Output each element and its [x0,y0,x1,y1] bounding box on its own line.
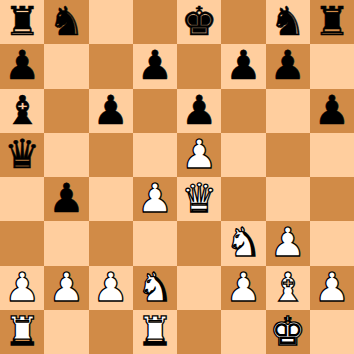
square-e1[interactable] [177,310,221,354]
square-e3[interactable] [177,221,221,265]
square-f4[interactable] [221,177,265,221]
square-d1[interactable]: ♜ [133,310,177,354]
black-king[interactable]: ♚ [181,1,217,41]
square-e7[interactable] [177,44,221,88]
white-pawn[interactable]: ♟ [225,267,261,307]
square-h1[interactable] [310,310,354,354]
square-h5[interactable] [310,133,354,177]
white-knight[interactable]: ♞ [137,267,173,307]
square-b1[interactable] [44,310,88,354]
black-pawn[interactable]: ♟ [93,90,129,130]
square-h3[interactable] [310,221,354,265]
square-e8[interactable]: ♚ [177,0,221,44]
square-d6[interactable] [133,89,177,133]
square-d5[interactable] [133,133,177,177]
white-knight[interactable]: ♞ [225,222,261,262]
white-rook[interactable]: ♜ [4,311,40,351]
black-pawn[interactable]: ♟ [48,178,84,218]
black-rook[interactable]: ♜ [314,1,350,41]
square-f2[interactable]: ♟ [221,266,265,310]
square-g6[interactable] [266,89,310,133]
square-g8[interactable]: ♞ [266,0,310,44]
square-f5[interactable] [221,133,265,177]
black-pawn[interactable]: ♟ [270,45,306,85]
white-pawn[interactable]: ♟ [137,178,173,218]
chess-board: ♜♞♚♞♜♟♟♟♟♝♟♟♟♛♟♟♟♛♞♟♟♟♟♞♟♝♟♜♜♚ [0,0,354,354]
square-e6[interactable]: ♟ [177,89,221,133]
white-queen[interactable]: ♛ [181,178,217,218]
square-f7[interactable]: ♟ [221,44,265,88]
square-g1[interactable]: ♚ [266,310,310,354]
square-f8[interactable] [221,0,265,44]
square-a1[interactable]: ♜ [0,310,44,354]
square-b3[interactable] [44,221,88,265]
white-pawn[interactable]: ♟ [4,267,40,307]
square-g4[interactable] [266,177,310,221]
square-c4[interactable] [89,177,133,221]
square-e2[interactable] [177,266,221,310]
square-a8[interactable]: ♜ [0,0,44,44]
square-f6[interactable] [221,89,265,133]
white-pawn[interactable]: ♟ [270,222,306,262]
square-a4[interactable] [0,177,44,221]
square-g3[interactable]: ♟ [266,221,310,265]
black-pawn[interactable]: ♟ [137,45,173,85]
square-a6[interactable]: ♝ [0,89,44,133]
white-bishop[interactable]: ♝ [270,267,306,307]
square-g2[interactable]: ♝ [266,266,310,310]
square-a5[interactable]: ♛ [0,133,44,177]
square-c7[interactable] [89,44,133,88]
square-d7[interactable]: ♟ [133,44,177,88]
square-c2[interactable]: ♟ [89,266,133,310]
white-pawn[interactable]: ♟ [48,267,84,307]
square-g7[interactable]: ♟ [266,44,310,88]
black-knight[interactable]: ♞ [48,1,84,41]
black-rook[interactable]: ♜ [4,1,40,41]
square-a2[interactable]: ♟ [0,266,44,310]
black-pawn[interactable]: ♟ [181,90,217,130]
black-pawn[interactable]: ♟ [314,90,350,130]
black-bishop[interactable]: ♝ [4,90,40,130]
square-b8[interactable]: ♞ [44,0,88,44]
square-b6[interactable] [44,89,88,133]
white-pawn[interactable]: ♟ [181,134,217,174]
black-queen[interactable]: ♛ [4,134,40,174]
square-d2[interactable]: ♞ [133,266,177,310]
square-d3[interactable] [133,221,177,265]
square-h8[interactable]: ♜ [310,0,354,44]
square-d8[interactable] [133,0,177,44]
white-pawn[interactable]: ♟ [314,267,350,307]
square-e5[interactable]: ♟ [177,133,221,177]
square-c1[interactable] [89,310,133,354]
black-pawn[interactable]: ♟ [4,45,40,85]
square-h6[interactable]: ♟ [310,89,354,133]
square-d4[interactable]: ♟ [133,177,177,221]
white-pawn[interactable]: ♟ [93,267,129,307]
white-rook[interactable]: ♜ [137,311,173,351]
square-c5[interactable] [89,133,133,177]
square-c6[interactable]: ♟ [89,89,133,133]
square-g5[interactable] [266,133,310,177]
square-b7[interactable] [44,44,88,88]
square-h7[interactable] [310,44,354,88]
square-a3[interactable] [0,221,44,265]
square-a7[interactable]: ♟ [0,44,44,88]
black-knight[interactable]: ♞ [270,1,306,41]
square-f3[interactable]: ♞ [221,221,265,265]
square-c8[interactable] [89,0,133,44]
square-f1[interactable] [221,310,265,354]
black-pawn[interactable]: ♟ [225,45,261,85]
square-e4[interactable]: ♛ [177,177,221,221]
white-king[interactable]: ♚ [270,311,306,351]
square-h2[interactable]: ♟ [310,266,354,310]
square-b5[interactable] [44,133,88,177]
square-b4[interactable]: ♟ [44,177,88,221]
square-c3[interactable] [89,221,133,265]
square-b2[interactable]: ♟ [44,266,88,310]
square-h4[interactable] [310,177,354,221]
